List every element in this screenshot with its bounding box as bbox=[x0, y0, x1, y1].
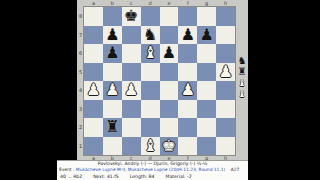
piece-wP-b4[interactable]: ♟ bbox=[105, 81, 119, 99]
square-e1[interactable]: ♚ bbox=[160, 137, 179, 156]
square-d6[interactable]: ♝ bbox=[141, 44, 160, 63]
square-c7[interactable] bbox=[122, 26, 141, 45]
piece-bP-e6[interactable]: ♟ bbox=[162, 44, 176, 62]
square-e8[interactable] bbox=[160, 7, 179, 26]
square-h5[interactable]: ♟ bbox=[216, 63, 235, 82]
square-f6[interactable] bbox=[178, 44, 197, 63]
square-h8[interactable] bbox=[216, 7, 235, 26]
square-e3[interactable] bbox=[160, 100, 179, 119]
square-b7[interactable]: ♟ bbox=[103, 26, 122, 45]
square-f1[interactable] bbox=[178, 137, 197, 156]
square-c5[interactable] bbox=[122, 63, 141, 82]
move-played: 40 ... Rb2 bbox=[60, 173, 82, 180]
square-b5[interactable] bbox=[103, 63, 122, 82]
square-a6[interactable] bbox=[84, 44, 103, 63]
square-h1[interactable] bbox=[216, 137, 235, 156]
square-d3[interactable] bbox=[141, 100, 160, 119]
piece-wP-c4[interactable]: ♟ bbox=[124, 81, 138, 99]
square-b8[interactable] bbox=[103, 7, 122, 26]
square-e6[interactable]: ♟ bbox=[160, 44, 179, 63]
captured-tray: ♞♜♝♝ bbox=[236, 55, 248, 99]
square-c3[interactable] bbox=[122, 100, 141, 119]
square-h2[interactable] bbox=[216, 118, 235, 137]
square-a8[interactable] bbox=[84, 7, 103, 26]
piece-wB-d1[interactable]: ♝ bbox=[143, 137, 157, 155]
next-move: Next: 41.f5 bbox=[93, 173, 119, 180]
piece-bP-b7[interactable]: ♟ bbox=[105, 26, 119, 44]
video-frame: abcdefgh 87654321 ♚♟♞♟♟♟♝♟♟♟♟♟♟♜♝♚ abcde… bbox=[0, 0, 320, 180]
square-g5[interactable] bbox=[197, 63, 216, 82]
file-label-f: f bbox=[178, 0, 197, 7]
rank-label-7: 7 bbox=[77, 26, 84, 45]
captured-piece-wB-3: ♝ bbox=[238, 88, 247, 99]
move-status-line: 40 ... Rb2 Next: 41.f5 Length: 84 Materi… bbox=[57, 173, 248, 180]
file-label-d: d bbox=[141, 0, 160, 7]
square-h6[interactable] bbox=[216, 44, 235, 63]
file-label-g: g bbox=[197, 0, 216, 7]
square-g2[interactable] bbox=[197, 118, 216, 137]
square-d7[interactable]: ♞ bbox=[141, 26, 160, 45]
square-d8[interactable] bbox=[141, 7, 160, 26]
square-e4[interactable] bbox=[160, 81, 179, 100]
piece-wP-f4[interactable]: ♟ bbox=[181, 81, 195, 99]
square-d5[interactable] bbox=[141, 63, 160, 82]
square-d1[interactable]: ♝ bbox=[141, 137, 160, 156]
rank-label-1: 1 bbox=[77, 137, 84, 156]
square-c1[interactable] bbox=[122, 137, 141, 156]
square-h3[interactable] bbox=[216, 100, 235, 119]
square-c6[interactable] bbox=[122, 44, 141, 63]
square-f5[interactable] bbox=[178, 63, 197, 82]
square-a1[interactable] bbox=[84, 137, 103, 156]
piece-wK-e1[interactable]: ♚ bbox=[162, 137, 176, 155]
rank-labels-left: 87654321 bbox=[77, 7, 84, 155]
file-label-a: a bbox=[84, 0, 103, 7]
square-a5[interactable] bbox=[84, 63, 103, 82]
material-balance: Material: -2 bbox=[165, 173, 191, 180]
square-f7[interactable]: ♟ bbox=[178, 26, 197, 45]
piece-bP-f7[interactable]: ♟ bbox=[181, 26, 195, 44]
square-a2[interactable] bbox=[84, 118, 103, 137]
file-label-c: c bbox=[122, 0, 141, 7]
file-label-h: h bbox=[216, 0, 235, 7]
square-a4[interactable]: ♟ bbox=[84, 81, 103, 100]
square-b4[interactable]: ♟ bbox=[103, 81, 122, 100]
square-d4[interactable] bbox=[141, 81, 160, 100]
square-g8[interactable] bbox=[197, 7, 216, 26]
event-link[interactable]: Mukacheve Lupne M-II, Mukacheve Lupne (2… bbox=[76, 167, 225, 172]
game-info-panel: Pavlovskyi, Andriy (-) — Djurin, Grigori… bbox=[57, 160, 248, 180]
square-b1[interactable] bbox=[103, 137, 122, 156]
captured-piece-bN-0: ♞ bbox=[238, 55, 247, 66]
piece-bK-c8[interactable]: ♚ bbox=[124, 7, 138, 25]
square-h7[interactable] bbox=[216, 26, 235, 45]
square-g1[interactable] bbox=[197, 137, 216, 156]
file-labels-top: abcdefgh bbox=[84, 0, 235, 7]
square-f2[interactable] bbox=[178, 118, 197, 137]
square-g6[interactable] bbox=[197, 44, 216, 63]
file-label-b: b bbox=[103, 0, 122, 7]
square-g4[interactable] bbox=[197, 81, 216, 100]
square-e7[interactable] bbox=[160, 26, 179, 45]
square-f8[interactable] bbox=[178, 7, 197, 26]
square-b3[interactable] bbox=[103, 100, 122, 119]
piece-wB-d6[interactable]: ♝ bbox=[143, 44, 157, 62]
captured-piece-bR-1: ♜ bbox=[238, 66, 247, 77]
event-label: Event : bbox=[59, 167, 74, 172]
square-g3[interactable] bbox=[197, 100, 216, 119]
rank-label-5: 5 bbox=[77, 63, 84, 82]
square-b6[interactable]: ♟ bbox=[103, 44, 122, 63]
square-e2[interactable] bbox=[160, 118, 179, 137]
square-h4[interactable] bbox=[216, 81, 235, 100]
square-g7[interactable]: ♟ bbox=[197, 26, 216, 45]
square-e5[interactable] bbox=[160, 63, 179, 82]
square-a7[interactable] bbox=[84, 26, 103, 45]
piece-wP-a4[interactable]: ♟ bbox=[86, 81, 100, 99]
rank-label-3: 3 bbox=[77, 100, 84, 119]
rank-label-4: 4 bbox=[77, 81, 84, 100]
piece-bP-g7[interactable]: ♟ bbox=[200, 26, 214, 44]
file-label-e: e bbox=[160, 0, 179, 7]
square-a3[interactable] bbox=[84, 100, 103, 119]
square-f4[interactable]: ♟ bbox=[178, 81, 197, 100]
square-d2[interactable] bbox=[141, 118, 160, 137]
square-b2[interactable]: ♜ bbox=[103, 118, 122, 137]
piece-bP-b6[interactable]: ♟ bbox=[105, 44, 119, 62]
piece-bR-b2[interactable]: ♜ bbox=[105, 118, 119, 136]
piece-wP-h5[interactable]: ♟ bbox=[218, 63, 232, 81]
captured-piece-wB-2: ♝ bbox=[238, 77, 247, 88]
square-c8[interactable]: ♚ bbox=[122, 7, 141, 26]
rank-label-6: 6 bbox=[77, 44, 84, 63]
eco-code: A27 bbox=[231, 167, 240, 172]
rank-label-2: 2 bbox=[77, 118, 84, 137]
rank-label-8: 8 bbox=[77, 7, 84, 26]
square-f3[interactable] bbox=[178, 100, 197, 119]
piece-bN-d7[interactable]: ♞ bbox=[143, 26, 157, 44]
square-c4[interactable]: ♟ bbox=[122, 81, 141, 100]
game-length: Length: 84 bbox=[130, 173, 155, 180]
square-c2[interactable] bbox=[122, 118, 141, 137]
chess-board[interactable]: ♚♟♞♟♟♟♝♟♟♟♟♟♟♜♝♚ bbox=[84, 7, 235, 155]
